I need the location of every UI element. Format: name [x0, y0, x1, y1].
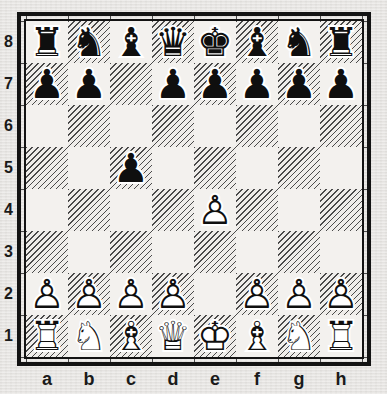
black-pawn[interactable]: ♟♟: [26, 63, 68, 105]
piece-face: ♙: [320, 273, 362, 315]
piece-halo: ♟: [320, 63, 362, 105]
file-label-a: a: [26, 367, 68, 391]
piece-halo: ♛: [152, 21, 194, 63]
piece-face: ♟: [26, 63, 68, 105]
square-a4[interactable]: [26, 189, 68, 231]
square-d7[interactable]: ♟♟: [152, 63, 194, 105]
black-pawn[interactable]: ♟♟: [320, 63, 362, 105]
square-b7[interactable]: ♟♟: [68, 63, 110, 105]
square-g8[interactable]: ♞♞: [278, 21, 320, 63]
black-rook[interactable]: ♜♜: [26, 21, 68, 63]
square-h3[interactable]: [320, 231, 362, 273]
white-rook[interactable]: ♜♖: [320, 315, 362, 357]
piece-halo: ♞: [68, 315, 110, 357]
square-c3[interactable]: [110, 231, 152, 273]
square-e4[interactable]: ♟♙: [194, 189, 236, 231]
file-labels: abcdefgh: [26, 367, 362, 391]
square-d3[interactable]: [152, 231, 194, 273]
square-c7[interactable]: [110, 63, 152, 105]
rank-labels: 87654321: [0, 21, 17, 357]
square-h2[interactable]: ♟♙: [320, 273, 362, 315]
square-f2[interactable]: ♟♙: [236, 273, 278, 315]
chess-diagram: 87654321 ♜♜♞♞♝♝♛♛♚♚♝♝♞♞♜♜♟♟♟♟♟♟♟♟♟♟♟♟♟♟♟…: [0, 0, 387, 394]
white-pawn[interactable]: ♟♙: [236, 273, 278, 315]
black-bishop[interactable]: ♝♝: [110, 21, 152, 63]
square-e3[interactable]: [194, 231, 236, 273]
piece-face: ♟: [194, 63, 236, 105]
piece-face: ♚: [194, 21, 236, 63]
file-label-h: h: [320, 367, 362, 391]
square-e6[interactable]: [194, 105, 236, 147]
square-a3[interactable]: [26, 231, 68, 273]
piece-face: ♘: [278, 315, 320, 357]
black-knight[interactable]: ♞♞: [68, 21, 110, 63]
piece-face: ♜: [320, 21, 362, 63]
square-h5[interactable]: [320, 147, 362, 189]
square-f1[interactable]: ♝♗: [236, 315, 278, 357]
black-pawn[interactable]: ♟♟: [278, 63, 320, 105]
file-label-d: d: [152, 367, 194, 391]
square-e7[interactable]: ♟♟: [194, 63, 236, 105]
square-a6[interactable]: [26, 105, 68, 147]
square-a5[interactable]: [26, 147, 68, 189]
white-rook[interactable]: ♜♖: [26, 315, 68, 357]
piece-halo: ♚: [194, 315, 236, 357]
chess-board: ♜♜♞♞♝♝♛♛♚♚♝♝♞♞♜♜♟♟♟♟♟♟♟♟♟♟♟♟♟♟♟♟♟♙♟♙♟♙♟♙…: [24, 19, 364, 359]
piece-halo: ♝: [110, 21, 152, 63]
square-e8[interactable]: ♚♚: [194, 21, 236, 63]
square-h7[interactable]: ♟♟: [320, 63, 362, 105]
piece-face: ♟: [68, 63, 110, 105]
square-c4[interactable]: [110, 189, 152, 231]
square-g4[interactable]: [278, 189, 320, 231]
square-h6[interactable]: [320, 105, 362, 147]
square-f6[interactable]: [236, 105, 278, 147]
white-pawn[interactable]: ♟♙: [152, 273, 194, 315]
piece-halo: ♞: [278, 315, 320, 357]
piece-face: ♝: [110, 21, 152, 63]
rank-label-4: 4: [0, 189, 17, 231]
rank-label-2: 2: [0, 273, 17, 315]
piece-halo: ♚: [194, 21, 236, 63]
square-e2[interactable]: [194, 273, 236, 315]
piece-halo: ♟: [152, 63, 194, 105]
square-g6[interactable]: [278, 105, 320, 147]
white-pawn[interactable]: ♟♙: [110, 273, 152, 315]
rank-label-8: 8: [0, 21, 17, 63]
square-h8[interactable]: ♜♜: [320, 21, 362, 63]
white-king[interactable]: ♚♔: [194, 315, 236, 357]
square-f3[interactable]: [236, 231, 278, 273]
white-pawn[interactable]: ♟♙: [26, 273, 68, 315]
piece-halo: ♟: [236, 273, 278, 315]
square-a1[interactable]: ♜♖: [26, 315, 68, 357]
piece-face: ♙: [278, 273, 320, 315]
piece-halo: ♜: [26, 315, 68, 357]
black-pawn[interactable]: ♟♟: [236, 63, 278, 105]
piece-face: ♔: [194, 315, 236, 357]
file-label-e: e: [194, 367, 236, 391]
black-knight[interactable]: ♞♞: [278, 21, 320, 63]
rank-label-6: 6: [0, 105, 17, 147]
rank-label-5: 5: [0, 147, 17, 189]
piece-halo: ♟: [278, 63, 320, 105]
square-d4[interactable]: [152, 189, 194, 231]
square-f7[interactable]: ♟♟: [236, 63, 278, 105]
board-frame: ♜♜♞♞♝♝♛♛♚♚♝♝♞♞♜♜♟♟♟♟♟♟♟♟♟♟♟♟♟♟♟♟♟♙♟♙♟♙♟♙…: [17, 12, 371, 366]
piece-face: ♟: [152, 63, 194, 105]
piece-halo: ♟: [26, 63, 68, 105]
piece-face: ♟: [110, 147, 152, 189]
square-g3[interactable]: [278, 231, 320, 273]
square-g2[interactable]: ♟♙: [278, 273, 320, 315]
square-d2[interactable]: ♟♙: [152, 273, 194, 315]
piece-halo: ♞: [68, 21, 110, 63]
piece-face: ♞: [68, 21, 110, 63]
piece-face: ♖: [320, 315, 362, 357]
square-b4[interactable]: [68, 189, 110, 231]
white-bishop[interactable]: ♝♗: [110, 315, 152, 357]
square-d5[interactable]: [152, 147, 194, 189]
square-f5[interactable]: [236, 147, 278, 189]
white-pawn[interactable]: ♟♙: [194, 189, 236, 231]
square-d8[interactable]: ♛♛: [152, 21, 194, 63]
piece-halo: ♟: [236, 63, 278, 105]
piece-face: ♙: [110, 273, 152, 315]
piece-halo: ♜: [320, 21, 362, 63]
piece-face: ♞: [278, 21, 320, 63]
piece-halo: ♜: [320, 315, 362, 357]
piece-face: ♘: [68, 315, 110, 357]
piece-halo: ♟: [26, 273, 68, 315]
square-b2[interactable]: ♟♙: [68, 273, 110, 315]
white-queen[interactable]: ♛♕: [152, 315, 194, 357]
square-c8[interactable]: ♝♝: [110, 21, 152, 63]
piece-halo: ♟: [110, 147, 152, 189]
square-g1[interactable]: ♞♘: [278, 315, 320, 357]
square-b3[interactable]: [68, 231, 110, 273]
black-pawn[interactable]: ♟♟: [152, 63, 194, 105]
square-c2[interactable]: ♟♙: [110, 273, 152, 315]
piece-face: ♙: [236, 273, 278, 315]
black-king[interactable]: ♚♚: [194, 21, 236, 63]
rank-label-3: 3: [0, 231, 17, 273]
piece-halo: ♟: [152, 273, 194, 315]
square-h4[interactable]: [320, 189, 362, 231]
piece-halo: ♟: [320, 273, 362, 315]
square-a8[interactable]: ♜♜: [26, 21, 68, 63]
piece-face: ♙: [194, 189, 236, 231]
square-g7[interactable]: ♟♟: [278, 63, 320, 105]
square-c6[interactable]: [110, 105, 152, 147]
piece-face: ♕: [152, 315, 194, 357]
square-e5[interactable]: [194, 147, 236, 189]
piece-face: ♜: [26, 21, 68, 63]
piece-face: ♛: [152, 21, 194, 63]
white-bishop[interactable]: ♝♗: [236, 315, 278, 357]
square-f8[interactable]: ♝♝: [236, 21, 278, 63]
piece-face: ♙: [68, 273, 110, 315]
piece-halo: ♟: [110, 273, 152, 315]
square-a2[interactable]: ♟♙: [26, 273, 68, 315]
piece-halo: ♛: [152, 315, 194, 357]
square-c5[interactable]: ♟♟: [110, 147, 152, 189]
piece-halo: ♝: [236, 21, 278, 63]
piece-halo: ♟: [278, 273, 320, 315]
rank-label-1: 1: [0, 315, 17, 357]
black-pawn[interactable]: ♟♟: [194, 63, 236, 105]
piece-face: ♟: [236, 63, 278, 105]
white-pawn[interactable]: ♟♙: [320, 273, 362, 315]
black-rook[interactable]: ♜♜: [320, 21, 362, 63]
piece-face: ♟: [320, 63, 362, 105]
white-pawn[interactable]: ♟♙: [278, 273, 320, 315]
piece-face: ♗: [236, 315, 278, 357]
piece-halo: ♟: [68, 63, 110, 105]
square-b6[interactable]: [68, 105, 110, 147]
square-g5[interactable]: [278, 147, 320, 189]
file-label-f: f: [236, 367, 278, 391]
white-knight[interactable]: ♞♘: [68, 315, 110, 357]
rank-label-7: 7: [0, 63, 17, 105]
square-b1[interactable]: ♞♘: [68, 315, 110, 357]
black-bishop[interactable]: ♝♝: [236, 21, 278, 63]
white-knight[interactable]: ♞♘: [278, 315, 320, 357]
file-label-c: c: [110, 367, 152, 391]
piece-halo: ♟: [68, 273, 110, 315]
file-label-b: b: [68, 367, 110, 391]
piece-halo: ♟: [194, 63, 236, 105]
square-d1[interactable]: ♛♕: [152, 315, 194, 357]
square-h1[interactable]: ♜♖: [320, 315, 362, 357]
white-pawn[interactable]: ♟♙: [68, 273, 110, 315]
piece-halo: ♟: [194, 189, 236, 231]
square-a7[interactable]: ♟♟: [26, 63, 68, 105]
piece-halo: ♜: [26, 21, 68, 63]
black-pawn[interactable]: ♟♟: [110, 147, 152, 189]
square-d6[interactable]: [152, 105, 194, 147]
square-c1[interactable]: ♝♗: [110, 315, 152, 357]
piece-face: ♙: [26, 273, 68, 315]
piece-halo: ♝: [110, 315, 152, 357]
piece-halo: ♝: [236, 315, 278, 357]
square-e1[interactable]: ♚♔: [194, 315, 236, 357]
piece-face: ♝: [236, 21, 278, 63]
piece-halo: ♞: [278, 21, 320, 63]
file-label-g: g: [278, 367, 320, 391]
square-b5[interactable]: [68, 147, 110, 189]
black-pawn[interactable]: ♟♟: [68, 63, 110, 105]
piece-face: ♖: [26, 315, 68, 357]
black-queen[interactable]: ♛♛: [152, 21, 194, 63]
square-b8[interactable]: ♞♞: [68, 21, 110, 63]
square-f4[interactable]: [236, 189, 278, 231]
piece-face: ♗: [110, 315, 152, 357]
piece-face: ♙: [152, 273, 194, 315]
piece-face: ♟: [278, 63, 320, 105]
